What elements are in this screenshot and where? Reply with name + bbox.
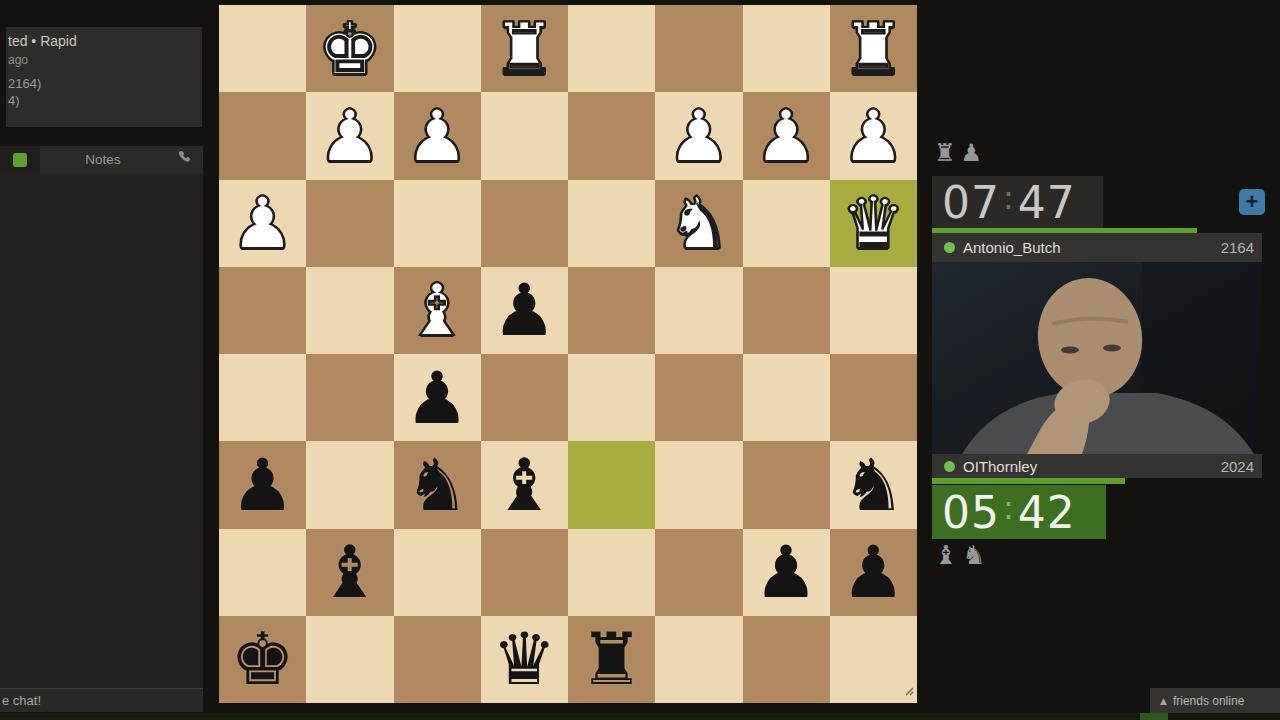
square-e2[interactable] xyxy=(481,92,568,179)
square-b4[interactable] xyxy=(743,267,830,354)
square-f6[interactable]: ♞ xyxy=(394,441,481,528)
online-dot-white xyxy=(944,242,955,253)
square-g3[interactable] xyxy=(306,180,393,267)
friends-online-label: friends online xyxy=(1173,694,1244,708)
tab-chat[interactable] xyxy=(0,146,40,173)
game-info-player-top: 2164) xyxy=(8,76,41,91)
chat-room-icon xyxy=(13,153,27,167)
square-e6[interactable]: ♝ xyxy=(481,441,568,528)
black-B-piece: ♝ xyxy=(318,536,383,608)
chat-input[interactable]: e chat! xyxy=(0,689,203,712)
square-d2[interactable] xyxy=(568,92,655,179)
black-N-piece: ♞ xyxy=(841,449,906,521)
square-e3[interactable] xyxy=(481,180,568,267)
square-c8[interactable] xyxy=(655,616,742,703)
phone-icon xyxy=(176,149,193,170)
square-b8[interactable] xyxy=(743,616,830,703)
square-d7[interactable] xyxy=(568,529,655,616)
square-a2[interactable]: ♟ xyxy=(830,92,917,179)
square-h4[interactable] xyxy=(219,267,306,354)
square-c6[interactable] xyxy=(655,441,742,528)
white-P-piece: ♟ xyxy=(230,187,295,259)
square-c1[interactable] xyxy=(655,5,742,92)
give-time-button[interactable]: + xyxy=(1239,189,1265,215)
tab-notes-label: Notes xyxy=(85,152,120,167)
player-rating-white: 2164 xyxy=(1221,239,1262,256)
white-R-piece: ♜ xyxy=(841,13,906,85)
player-rating-black: 2024 xyxy=(1221,458,1262,475)
square-h6[interactable]: ♟ xyxy=(219,441,306,528)
square-g2[interactable]: ♟ xyxy=(306,92,393,179)
black-P-piece: ♟ xyxy=(754,536,819,608)
square-f4[interactable]: ♝ xyxy=(394,267,481,354)
square-b5[interactable] xyxy=(743,354,830,441)
square-h3[interactable]: ♟ xyxy=(219,180,306,267)
square-a3[interactable]: ♛ xyxy=(830,180,917,267)
tab-call[interactable] xyxy=(166,146,203,173)
captured-by-black: ♝♞ xyxy=(934,540,991,570)
square-g4[interactable] xyxy=(306,267,393,354)
square-e5[interactable] xyxy=(481,354,568,441)
square-g8[interactable] xyxy=(306,616,393,703)
notes-content-area[interactable] xyxy=(0,173,203,688)
game-info-time-ago: ago xyxy=(8,53,28,67)
black-K-piece: ♚ xyxy=(230,623,295,695)
square-b2[interactable]: ♟ xyxy=(743,92,830,179)
square-a4[interactable] xyxy=(830,267,917,354)
bottom-strip-accent xyxy=(1140,713,1168,720)
square-d8[interactable]: ♜ xyxy=(568,616,655,703)
player-row-white[interactable]: Antonio_Butch 2164 xyxy=(932,233,1262,262)
tab-notes[interactable]: Notes xyxy=(40,146,166,173)
black-R-piece: ♜ xyxy=(579,623,644,695)
square-h5[interactable] xyxy=(219,354,306,441)
game-info-player-bottom: 4) xyxy=(8,93,20,108)
square-f5[interactable]: ♟ xyxy=(394,354,481,441)
game-info-mode: ted • Rapid xyxy=(8,33,77,49)
square-h2[interactable] xyxy=(219,92,306,179)
square-f3[interactable] xyxy=(394,180,481,267)
square-a7[interactable]: ♟ xyxy=(830,529,917,616)
square-h1[interactable] xyxy=(219,5,306,92)
square-c5[interactable] xyxy=(655,354,742,441)
white-P-piece: ♟ xyxy=(405,100,470,172)
square-a5[interactable] xyxy=(830,354,917,441)
captured-by-white: ♜♟ xyxy=(934,139,987,167)
square-c2[interactable]: ♟ xyxy=(655,92,742,179)
bottom-strip xyxy=(0,713,1280,720)
chevron-up-icon: ▲ xyxy=(1160,696,1167,706)
white-B-piece: ♝ xyxy=(405,274,470,346)
square-e4[interactable]: ♟ xyxy=(481,267,568,354)
player-name-black: OIThornley xyxy=(963,458,1221,475)
white-R-piece: ♜ xyxy=(492,13,557,85)
black-P-piece: ♟ xyxy=(492,274,557,346)
square-b1[interactable] xyxy=(743,5,830,92)
square-d1[interactable] xyxy=(568,5,655,92)
square-b7[interactable]: ♟ xyxy=(743,529,830,616)
sidebar-tab-bar: Notes xyxy=(0,146,203,173)
black-P-piece: ♟ xyxy=(230,449,295,521)
square-d4[interactable] xyxy=(568,267,655,354)
square-a6[interactable]: ♞ xyxy=(830,441,917,528)
square-c3[interactable]: ♞ xyxy=(655,180,742,267)
white-P-piece: ♟ xyxy=(318,100,383,172)
square-a1[interactable]: ♜ xyxy=(830,5,917,92)
clock-white: 07:47 xyxy=(932,176,1103,228)
clock-black-min: 05 xyxy=(942,487,1000,538)
white-P-piece: ♟ xyxy=(841,100,906,172)
board-resize-handle[interactable] xyxy=(903,682,914,700)
chess-board: ♚♜♜♟♟♟♟♟♟♞♛♝♟♟♟♞♝♞♝♟♟♚♛♜ xyxy=(219,5,917,703)
square-g6[interactable] xyxy=(306,441,393,528)
clock-separator: : xyxy=(1000,179,1018,217)
square-e1[interactable]: ♜ xyxy=(481,5,568,92)
white-P-piece: ♟ xyxy=(667,100,732,172)
square-d5[interactable] xyxy=(568,354,655,441)
square-g1[interactable]: ♚ xyxy=(306,5,393,92)
white-N-piece: ♞ xyxy=(667,187,732,259)
square-f7[interactable] xyxy=(394,529,481,616)
square-b3[interactable] xyxy=(743,180,830,267)
square-b6[interactable] xyxy=(743,441,830,528)
black-P-piece: ♟ xyxy=(405,362,470,434)
black-B-piece: ♝ xyxy=(492,449,557,521)
square-f2[interactable]: ♟ xyxy=(394,92,481,179)
chat-input-text: e chat! xyxy=(2,693,41,708)
black-P-piece: ♟ xyxy=(841,536,906,608)
online-dot-black xyxy=(944,461,955,472)
square-f8[interactable] xyxy=(394,616,481,703)
square-f1[interactable] xyxy=(394,5,481,92)
clock-black: 05:42 xyxy=(932,485,1106,539)
white-K-piece: ♚ xyxy=(318,13,383,85)
square-e7[interactable] xyxy=(481,529,568,616)
clock-white-sec: 47 xyxy=(1018,177,1076,228)
clock-separator: : xyxy=(1000,489,1018,527)
player-name-white: Antonio_Butch xyxy=(963,239,1221,256)
square-e8[interactable]: ♛ xyxy=(481,616,568,703)
friends-online-bar[interactable]: ▲ friends online xyxy=(1150,688,1280,713)
player-row-black[interactable]: OIThornley 2024 xyxy=(932,454,1262,478)
clock-bar-black xyxy=(932,478,1125,484)
square-h8[interactable]: ♚ xyxy=(219,616,306,703)
black-Q-piece: ♛ xyxy=(492,623,557,695)
white-P-piece: ♟ xyxy=(754,100,819,172)
square-g7[interactable]: ♝ xyxy=(306,529,393,616)
clock-black-sec: 42 xyxy=(1018,487,1076,538)
clock-white-min: 07 xyxy=(942,177,1000,228)
square-c4[interactable] xyxy=(655,267,742,354)
square-d3[interactable] xyxy=(568,180,655,267)
square-g5[interactable] xyxy=(306,354,393,441)
black-N-piece: ♞ xyxy=(405,449,470,521)
webcam-video xyxy=(932,262,1262,454)
square-d6[interactable] xyxy=(568,441,655,528)
white-Q-piece: ♛ xyxy=(841,187,906,259)
game-info-box: ted • Rapid ago 2164) 4) xyxy=(6,27,202,127)
square-c7[interactable] xyxy=(655,529,742,616)
app-window: ted • Rapid ago 2164) 4) Notes e chat! ♚… xyxy=(0,0,1280,720)
square-h7[interactable] xyxy=(219,529,306,616)
